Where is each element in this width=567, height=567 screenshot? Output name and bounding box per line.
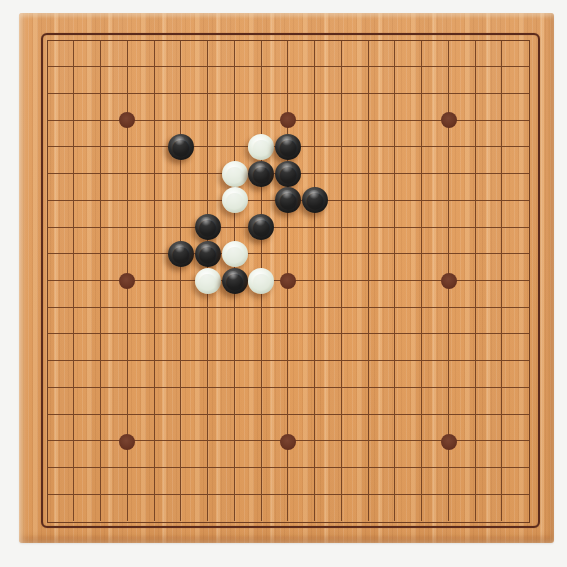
page-background: ●●●●●●●●●●●●●●●●● xyxy=(0,0,567,567)
stone-glyph: ● xyxy=(198,270,217,292)
stone-glyph: ● xyxy=(225,270,244,292)
black-stone[interactable]: ● xyxy=(168,241,194,267)
black-stone[interactable]: ● xyxy=(248,161,274,187)
stone-glyph: ● xyxy=(252,163,271,185)
white-stone[interactable]: ● xyxy=(248,134,274,160)
black-stone[interactable]: ● xyxy=(275,161,301,187)
black-stone[interactable]: ● xyxy=(275,187,301,213)
white-stone[interactable]: ● xyxy=(195,268,221,294)
stone-glyph: ● xyxy=(279,189,298,211)
stone-glyph: ● xyxy=(305,189,324,211)
stone-glyph: ● xyxy=(171,136,190,158)
stone-glyph: ● xyxy=(279,163,298,185)
white-stone[interactable]: ● xyxy=(222,161,248,187)
stone-glyph: ● xyxy=(252,270,271,292)
white-stone[interactable]: ● xyxy=(222,187,248,213)
black-stone[interactable]: ● xyxy=(168,134,194,160)
black-stone[interactable]: ● xyxy=(302,187,328,213)
white-stone[interactable]: ● xyxy=(248,268,274,294)
black-stone[interactable]: ● xyxy=(248,214,274,240)
stones-layer[interactable]: ●●●●●●●●●●●●●●●●● xyxy=(33,26,543,536)
stone-glyph: ● xyxy=(198,216,217,238)
black-stone[interactable]: ● xyxy=(195,214,221,240)
stone-glyph: ● xyxy=(225,189,244,211)
stone-glyph: ● xyxy=(279,136,298,158)
stone-glyph: ● xyxy=(252,136,271,158)
stone-glyph: ● xyxy=(225,243,244,265)
stone-glyph: ● xyxy=(252,216,271,238)
black-stone[interactable]: ● xyxy=(275,134,301,160)
black-stone[interactable]: ● xyxy=(222,268,248,294)
stone-glyph: ● xyxy=(171,243,190,265)
white-stone[interactable]: ● xyxy=(222,241,248,267)
stone-glyph: ● xyxy=(225,163,244,185)
go-board[interactable]: ●●●●●●●●●●●●●●●●● xyxy=(19,13,554,543)
stone-glyph: ● xyxy=(198,243,217,265)
black-stone[interactable]: ● xyxy=(195,241,221,267)
